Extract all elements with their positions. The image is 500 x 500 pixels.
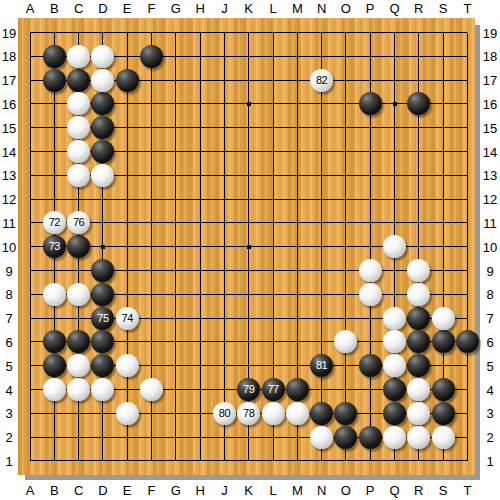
stone-black-b18[interactable] <box>43 45 66 68</box>
stone-white-m3[interactable] <box>286 402 309 425</box>
row-label-right-2: 2 <box>486 431 493 444</box>
col-label-top-o: O <box>341 2 351 15</box>
stone-black-m4[interactable] <box>286 378 309 401</box>
col-label-top-g: G <box>171 2 181 15</box>
move-number: 78 <box>243 408 254 419</box>
row-label-left-14: 14 <box>2 145 16 158</box>
col-label-top-k: K <box>244 2 253 15</box>
row-label-left-18: 18 <box>2 50 16 63</box>
stone-black-b10[interactable]: 73 <box>43 235 66 258</box>
row-label-left-11: 11 <box>2 216 16 229</box>
move-number: 75 <box>97 313 108 324</box>
row-label-right-7: 7 <box>486 312 493 325</box>
row-label-right-13: 13 <box>483 169 497 182</box>
stone-white-r3[interactable] <box>407 402 430 425</box>
stone-white-d17[interactable] <box>91 69 114 92</box>
col-label-top-b: B <box>50 2 59 15</box>
stone-black-b5[interactable] <box>43 354 66 377</box>
goban[interactable]: 7375817977827276748078 <box>18 18 475 475</box>
row-label-left-13: 13 <box>2 169 16 182</box>
stone-black-p2[interactable] <box>359 426 382 449</box>
row-label-right-16: 16 <box>483 97 497 110</box>
row-label-left-2: 2 <box>5 431 12 444</box>
col-label-bottom-r: R <box>414 484 423 497</box>
stone-black-s4[interactable] <box>432 378 455 401</box>
col-label-bottom-a: A <box>26 484 35 497</box>
stone-white-q7[interactable] <box>383 307 406 330</box>
row-label-right-15: 15 <box>483 121 497 134</box>
stone-white-c14[interactable] <box>67 140 90 163</box>
stone-white-c4[interactable] <box>67 378 90 401</box>
col-label-top-p: P <box>366 2 375 15</box>
stone-black-o2[interactable] <box>334 426 357 449</box>
stone-black-l4[interactable]: 77 <box>262 378 285 401</box>
row-label-left-7: 7 <box>5 312 12 325</box>
stone-black-q3[interactable] <box>383 402 406 425</box>
row-label-right-3: 3 <box>486 407 493 420</box>
stone-white-p8[interactable] <box>359 283 382 306</box>
row-label-left-19: 19 <box>2 26 16 39</box>
col-label-top-s: S <box>439 2 448 15</box>
stone-white-b4[interactable] <box>43 378 66 401</box>
col-label-bottom-e: E <box>123 484 132 497</box>
col-label-bottom-b: B <box>50 484 59 497</box>
col-label-top-l: L <box>269 2 276 15</box>
stone-white-l3[interactable] <box>262 402 285 425</box>
stone-white-c8[interactable] <box>67 283 90 306</box>
row-label-left-6: 6 <box>5 335 12 348</box>
row-label-right-14: 14 <box>483 145 497 158</box>
col-label-top-t: T <box>463 2 471 15</box>
row-label-right-9: 9 <box>486 264 493 277</box>
row-label-right-5: 5 <box>486 359 493 372</box>
row-label-left-16: 16 <box>2 97 16 110</box>
col-label-bottom-m: M <box>292 484 303 497</box>
row-label-right-12: 12 <box>483 193 497 206</box>
row-label-left-17: 17 <box>2 74 16 87</box>
col-label-bottom-p: P <box>366 484 375 497</box>
row-label-left-5: 5 <box>5 359 12 372</box>
col-label-bottom-j: J <box>221 484 228 497</box>
stone-black-r7[interactable] <box>407 307 430 330</box>
star-point-k16 <box>247 102 251 106</box>
stone-white-f4[interactable] <box>140 378 163 401</box>
stone-white-c13[interactable] <box>67 164 90 187</box>
row-label-right-6: 6 <box>486 335 493 348</box>
col-label-top-h: H <box>195 2 204 15</box>
stone-black-q4[interactable] <box>383 378 406 401</box>
stone-white-n2[interactable] <box>310 426 333 449</box>
col-label-bottom-s: S <box>439 484 448 497</box>
stone-white-j3[interactable]: 80 <box>213 402 236 425</box>
col-label-top-a: A <box>26 2 35 15</box>
col-label-top-f: F <box>148 2 156 15</box>
row-label-right-1: 1 <box>486 454 493 467</box>
stone-white-b8[interactable] <box>43 283 66 306</box>
stone-white-e7[interactable]: 74 <box>116 307 139 330</box>
stone-white-k3[interactable]: 78 <box>237 402 260 425</box>
star-point-q16 <box>393 102 397 106</box>
stone-white-q2[interactable] <box>383 426 406 449</box>
stone-white-r2[interactable] <box>407 426 430 449</box>
col-label-bottom-t: T <box>463 484 471 497</box>
stone-white-s7[interactable] <box>432 307 455 330</box>
move-number: 82 <box>316 75 327 86</box>
row-label-left-4: 4 <box>5 383 12 396</box>
col-label-bottom-h: H <box>195 484 204 497</box>
move-number: 80 <box>219 408 230 419</box>
col-label-bottom-k: K <box>244 484 253 497</box>
stone-black-n3[interactable] <box>310 402 333 425</box>
col-label-bottom-c: C <box>74 484 83 497</box>
stone-white-n17[interactable]: 82 <box>310 69 333 92</box>
move-number: 74 <box>122 313 133 324</box>
row-label-left-10: 10 <box>2 240 16 253</box>
move-number: 77 <box>267 384 278 395</box>
col-label-bottom-n: N <box>317 484 326 497</box>
move-number: 81 <box>316 360 327 371</box>
row-label-left-1: 1 <box>5 454 12 467</box>
stone-black-c17[interactable] <box>67 69 90 92</box>
row-label-left-15: 15 <box>2 121 16 134</box>
move-number: 76 <box>73 217 84 228</box>
row-label-left-3: 3 <box>5 407 12 420</box>
star-point-k10 <box>247 245 251 249</box>
col-label-bottom-d: D <box>98 484 107 497</box>
stone-black-p16[interactable] <box>359 92 382 115</box>
move-number: 72 <box>49 217 60 228</box>
stone-white-r8[interactable] <box>407 283 430 306</box>
move-number: 73 <box>49 241 60 252</box>
stone-black-f18[interactable] <box>140 45 163 68</box>
col-label-bottom-q: Q <box>389 484 399 497</box>
col-label-bottom-l: L <box>269 484 276 497</box>
stone-black-b17[interactable] <box>43 69 66 92</box>
stone-black-d7[interactable]: 75 <box>91 307 114 330</box>
row-label-right-11: 11 <box>483 216 497 229</box>
col-label-top-n: N <box>317 2 326 15</box>
stone-white-c18[interactable] <box>67 45 90 68</box>
stone-white-e5[interactable] <box>116 354 139 377</box>
row-label-right-4: 4 <box>486 383 493 396</box>
row-label-left-8: 8 <box>5 288 12 301</box>
col-label-bottom-g: G <box>171 484 181 497</box>
stone-black-s3[interactable] <box>432 402 455 425</box>
row-label-right-19: 19 <box>483 26 497 39</box>
col-label-top-e: E <box>123 2 132 15</box>
col-label-bottom-o: O <box>341 484 351 497</box>
move-number: 79 <box>243 384 254 395</box>
row-label-right-8: 8 <box>486 288 493 301</box>
row-label-right-17: 17 <box>483 74 497 87</box>
col-label-top-q: Q <box>389 2 399 15</box>
col-label-top-d: D <box>98 2 107 15</box>
col-label-top-r: R <box>414 2 423 15</box>
col-label-bottom-f: F <box>148 484 156 497</box>
star-point-d10 <box>101 245 105 249</box>
stone-black-t6[interactable] <box>456 330 479 353</box>
row-label-left-9: 9 <box>5 264 12 277</box>
stone-white-s2[interactable] <box>432 426 455 449</box>
stone-white-e3[interactable] <box>116 402 139 425</box>
stone-white-p9[interactable] <box>359 259 382 282</box>
stone-black-e17[interactable] <box>116 69 139 92</box>
col-label-top-j: J <box>221 2 228 15</box>
row-label-left-12: 12 <box>2 193 16 206</box>
col-label-top-c: C <box>74 2 83 15</box>
row-label-right-10: 10 <box>483 240 497 253</box>
stone-black-p5[interactable] <box>359 354 382 377</box>
stone-black-s6[interactable] <box>432 330 455 353</box>
row-label-right-18: 18 <box>483 50 497 63</box>
col-label-top-m: M <box>292 2 303 15</box>
